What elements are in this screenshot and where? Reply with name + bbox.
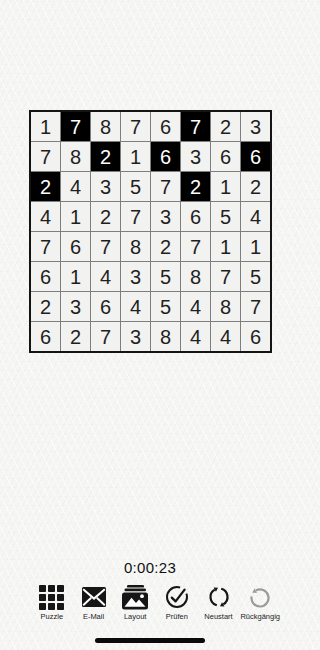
grid-cell-r1c0[interactable]: 7 (31, 142, 60, 171)
grid-cell-r3c0[interactable]: 4 (31, 202, 60, 231)
grid-cell-r5c7[interactable]: 5 (241, 262, 270, 291)
grid-cell-r2c6[interactable]: 1 (211, 172, 240, 201)
grid-cell-r2c4[interactable]: 7 (151, 172, 180, 201)
grid-cell-r4c0[interactable]: 7 (31, 232, 60, 261)
grid-cell-r4c7[interactable]: 1 (241, 232, 270, 261)
grid-cell-r0c0[interactable]: 1 (31, 112, 60, 141)
tool-label: Prüfen (166, 612, 188, 621)
email-button[interactable]: E-Mail (73, 584, 115, 621)
layout-button[interactable]: Layout (114, 584, 156, 621)
grid-cell-r4c2[interactable]: 7 (91, 232, 120, 261)
grid-cell-r7c7[interactable]: 6 (241, 322, 270, 351)
grid-cell-r5c4[interactable]: 5 (151, 262, 180, 291)
tool-label: Layout (124, 612, 147, 621)
grid-cell-r0c2[interactable]: 8 (91, 112, 120, 141)
check-circle-icon (165, 584, 189, 610)
grid-cell-r3c3[interactable]: 7 (121, 202, 150, 231)
tool-label: Rückgängig (240, 612, 280, 621)
rueckgaengig-button[interactable]: Rückgängig (239, 584, 281, 621)
grid-cell-r6c1[interactable]: 3 (61, 292, 90, 321)
neustart-button[interactable]: Neustart (198, 584, 240, 621)
pruefen-button[interactable]: Prüfen (156, 584, 198, 621)
grid-cell-r1c2[interactable]: 2 (91, 142, 120, 171)
grid-cell-r5c3[interactable]: 3 (121, 262, 150, 291)
grid-cell-r2c5[interactable]: 2 (181, 172, 210, 201)
photo-stack-icon (122, 584, 148, 610)
grid-cell-r3c5[interactable]: 6 (181, 202, 210, 231)
grid-cell-r6c2[interactable]: 6 (91, 292, 120, 321)
grid-cell-r7c1[interactable]: 2 (61, 322, 90, 351)
grid-cell-r0c7[interactable]: 3 (241, 112, 270, 141)
grid-cell-r3c4[interactable]: 3 (151, 202, 180, 231)
grid-cell-r4c5[interactable]: 7 (181, 232, 210, 261)
grid-cell-r4c3[interactable]: 8 (121, 232, 150, 261)
tool-label: Puzzle (41, 612, 64, 621)
restart-icon (207, 584, 231, 610)
grid-cell-r6c0[interactable]: 2 (31, 292, 60, 321)
grid-cell-r6c3[interactable]: 4 (121, 292, 150, 321)
grid-cell-r2c0[interactable]: 2 (31, 172, 60, 201)
grid-cell-r7c3[interactable]: 3 (121, 322, 150, 351)
grid-cell-r5c6[interactable]: 7 (211, 262, 240, 291)
grid-cell-r3c6[interactable]: 5 (211, 202, 240, 231)
grid-cell-r4c6[interactable]: 1 (211, 232, 240, 261)
grid-cell-r6c4[interactable]: 5 (151, 292, 180, 321)
grid-cell-r2c2[interactable]: 3 (91, 172, 120, 201)
grid-cell-r7c5[interactable]: 4 (181, 322, 210, 351)
grid-cell-r3c1[interactable]: 1 (61, 202, 90, 231)
grid-cell-r3c7[interactable]: 4 (241, 202, 270, 231)
grid-cell-r1c5[interactable]: 3 (181, 142, 210, 171)
grid-icon (39, 584, 64, 610)
grid-cell-r0c5[interactable]: 7 (181, 112, 210, 141)
envelope-icon (82, 584, 106, 610)
grid-cell-r5c0[interactable]: 6 (31, 262, 60, 291)
grid-cell-r6c6[interactable]: 8 (211, 292, 240, 321)
grid-cell-r7c2[interactable]: 7 (91, 322, 120, 351)
hitori-board: 1787672378216366243572124127365476782711… (29, 110, 272, 353)
grid-cell-r6c5[interactable]: 4 (181, 292, 210, 321)
grid-cell-r1c3[interactable]: 1 (121, 142, 150, 171)
grid-cell-r4c4[interactable]: 2 (151, 232, 180, 261)
grid-cell-r7c0[interactable]: 6 (31, 322, 60, 351)
grid-cell-r1c4[interactable]: 6 (151, 142, 180, 171)
grid-cell-r5c1[interactable]: 1 (61, 262, 90, 291)
grid-cell-r1c7[interactable]: 6 (241, 142, 270, 171)
grid-cell-r5c5[interactable]: 8 (181, 262, 210, 291)
grid-cell-r6c7[interactable]: 7 (241, 292, 270, 321)
grid-cell-r2c3[interactable]: 5 (121, 172, 150, 201)
toolbar: Puzzle E-Mail Layout (31, 584, 281, 621)
home-indicator[interactable] (95, 638, 205, 643)
grid-cell-r0c1[interactable]: 7 (61, 112, 90, 141)
undo-icon (248, 584, 272, 610)
grid-cell-r0c3[interactable]: 7 (121, 112, 150, 141)
tool-label: E-Mail (83, 612, 104, 621)
grid-cell-r4c1[interactable]: 6 (61, 232, 90, 261)
grid-cell-r0c6[interactable]: 2 (211, 112, 240, 141)
grid-cell-r2c7[interactable]: 2 (241, 172, 270, 201)
grid-cell-r1c1[interactable]: 8 (61, 142, 90, 171)
grid-cell-r2c1[interactable]: 4 (61, 172, 90, 201)
grid-cell-r0c4[interactable]: 6 (151, 112, 180, 141)
grid-cell-r1c6[interactable]: 6 (211, 142, 240, 171)
grid-cell-r5c2[interactable]: 4 (91, 262, 120, 291)
grid-cell-r7c6[interactable]: 4 (211, 322, 240, 351)
grid-cell-r7c4[interactable]: 8 (151, 322, 180, 351)
timer: 0:00:23 (0, 559, 300, 576)
grid-cell-r3c2[interactable]: 2 (91, 202, 120, 231)
tool-label: Neustart (204, 612, 232, 621)
puzzle-button[interactable]: Puzzle (31, 584, 73, 621)
